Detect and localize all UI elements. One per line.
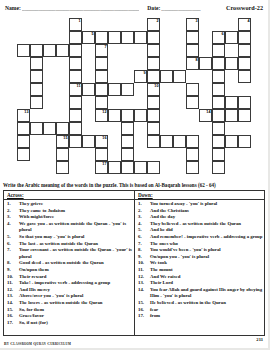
cell-number: 12 bbox=[102, 110, 106, 114]
grid-cell[interactable] bbox=[225, 31, 238, 44]
grid-cell[interactable] bbox=[121, 122, 134, 135]
grid-cell[interactable]: 9 bbox=[134, 70, 147, 83]
grid-cell[interactable]: 11 bbox=[69, 83, 82, 96]
grid-gap bbox=[121, 18, 134, 31]
clue-text: Good deed - as written outside the Quran bbox=[19, 260, 133, 267]
down-clue: 14.You fear Allah and guard against His … bbox=[138, 287, 263, 300]
grid-gap bbox=[82, 70, 95, 83]
clue-text: They grieve bbox=[19, 201, 133, 208]
grid-gap bbox=[160, 96, 173, 109]
down-clue: 4.They believed - as written outside the… bbox=[138, 221, 263, 228]
clue-number: 13. bbox=[138, 280, 148, 287]
grid-cell[interactable] bbox=[147, 135, 160, 148]
grid-gap bbox=[173, 122, 186, 135]
clue-text: On/upon you - 'you' is plural bbox=[150, 254, 263, 261]
clue-number: 10. bbox=[138, 260, 148, 267]
grid-gap bbox=[160, 122, 173, 135]
down-clue: 2.And the Christians bbox=[138, 208, 263, 215]
grid-cell[interactable] bbox=[238, 109, 251, 122]
grid-cell[interactable] bbox=[108, 31, 121, 44]
across-clue: 15.So, for them bbox=[7, 307, 133, 314]
grid-cell[interactable] bbox=[69, 57, 82, 70]
grid-cell[interactable] bbox=[147, 44, 160, 57]
grid-gap bbox=[225, 161, 238, 174]
cell-number: 6 bbox=[221, 32, 223, 36]
grid-gap bbox=[69, 148, 82, 161]
grid-gap bbox=[82, 96, 95, 109]
grid-gap bbox=[134, 18, 147, 31]
down-clue: 1.You turned away - 'you' is plural bbox=[138, 201, 263, 208]
grid-gap bbox=[199, 135, 212, 148]
grid-gap bbox=[56, 83, 69, 96]
clue-number: 3. bbox=[138, 214, 148, 221]
grid-cell[interactable] bbox=[147, 31, 160, 44]
grid-gap bbox=[134, 96, 147, 109]
grid-gap bbox=[238, 83, 251, 96]
date-input-line[interactable]: ______________ bbox=[161, 5, 200, 11]
grid-cell[interactable] bbox=[69, 96, 82, 109]
grid-gap bbox=[108, 57, 121, 70]
grid-gap bbox=[82, 57, 95, 70]
grid-gap bbox=[121, 57, 134, 70]
cell-number: 10 bbox=[154, 84, 158, 88]
grid-gap bbox=[199, 44, 212, 57]
across-clue: 4.We gave you - as written outside the Q… bbox=[7, 221, 133, 234]
grid-cell[interactable] bbox=[17, 44, 30, 57]
grid-gap bbox=[56, 70, 69, 83]
grid-gap bbox=[160, 57, 173, 70]
clue-number: 7. bbox=[138, 241, 148, 248]
name-label: Name: bbox=[5, 5, 21, 11]
grid-gap bbox=[43, 96, 56, 109]
grid-gap bbox=[186, 109, 199, 122]
grid-cell[interactable] bbox=[147, 109, 160, 122]
clue-text: And remember! - imperative verb - addres… bbox=[150, 234, 263, 241]
clue-number: 11. bbox=[7, 280, 17, 287]
grid-gap bbox=[17, 83, 30, 96]
grid-cell[interactable] bbox=[147, 57, 160, 70]
date-label: Date: bbox=[147, 5, 160, 11]
clue-text: You turned away - 'you' is plural bbox=[150, 201, 263, 208]
grid-cell[interactable]: 6 bbox=[212, 31, 225, 44]
grid-gap bbox=[108, 18, 121, 31]
grid-gap bbox=[173, 18, 186, 31]
grid-cell[interactable]: 12 bbox=[95, 109, 108, 122]
clue-text: With might/force bbox=[19, 214, 133, 221]
grid-cell[interactable] bbox=[238, 44, 251, 57]
grid-cell[interactable] bbox=[95, 57, 108, 70]
grid-cell[interactable] bbox=[186, 83, 199, 96]
grid-gap bbox=[56, 109, 69, 122]
clue-number: 12. bbox=[7, 287, 17, 294]
clue-text: Your covenant - as written outside the Q… bbox=[19, 247, 133, 260]
clue-text: The losers - as written outside the Qura… bbox=[19, 300, 133, 307]
cell-number: 15 bbox=[63, 136, 67, 140]
grid-cell[interactable] bbox=[56, 148, 69, 161]
grid-cell[interactable] bbox=[147, 161, 160, 174]
down-clue-list: 1.You turned away - 'you' is plural2.And… bbox=[135, 200, 264, 320]
crossword-grid: 1234567891110131214151617 bbox=[17, 18, 251, 174]
cell-number: 1 bbox=[78, 19, 80, 23]
grid-cell[interactable] bbox=[82, 135, 95, 148]
grid-cell[interactable] bbox=[238, 135, 251, 148]
grid-gap bbox=[225, 70, 238, 83]
grid-gap bbox=[82, 148, 95, 161]
grid-gap bbox=[43, 70, 56, 83]
clue-number: 9. bbox=[138, 254, 148, 261]
grid-cell[interactable] bbox=[82, 83, 95, 96]
grid-cell[interactable] bbox=[108, 109, 121, 122]
grid-gap bbox=[30, 161, 43, 174]
grid-gap bbox=[82, 18, 95, 31]
down-clue: 5.And he did bbox=[138, 227, 263, 234]
cell-number: 8 bbox=[195, 58, 197, 62]
grid-cell[interactable] bbox=[212, 161, 225, 174]
across-clue: 3.With might/force bbox=[7, 214, 133, 221]
clue-number: 8. bbox=[138, 247, 148, 254]
grid-cell[interactable] bbox=[95, 31, 108, 44]
grid-cell[interactable] bbox=[225, 57, 238, 70]
grid-gap bbox=[43, 148, 56, 161]
grid-cell[interactable]: 3 bbox=[186, 18, 199, 31]
across-clue: 7.Your covenant - as written outside the… bbox=[7, 247, 133, 260]
grid-cell[interactable]: 7 bbox=[95, 44, 108, 57]
grid-cell[interactable] bbox=[30, 83, 43, 96]
grid-cell[interactable] bbox=[147, 96, 160, 109]
down-clue: 6.And remember! - imperative verb - addr… bbox=[138, 234, 263, 241]
grid-cell[interactable] bbox=[160, 135, 173, 148]
grid-gap bbox=[173, 57, 186, 70]
across-clue: 1.They grieve bbox=[7, 201, 133, 208]
clue-text: Grace/favor bbox=[19, 313, 133, 320]
clue-table: Across: 1.They grieve2.They came to Juda… bbox=[3, 190, 265, 336]
across-clue: 5.So that you may - 'you' is plural bbox=[7, 234, 133, 241]
grid-cell[interactable] bbox=[121, 83, 134, 96]
grid-gap bbox=[134, 44, 147, 57]
cell-number: 5 bbox=[91, 32, 93, 36]
grid-cell[interactable] bbox=[160, 70, 173, 83]
clue-text: You fear Allah and guard against His ang… bbox=[150, 287, 263, 300]
clue-text: So, for them bbox=[19, 307, 133, 314]
down-clue: 7.The ones who bbox=[138, 241, 263, 248]
grid-cell[interactable]: 16 bbox=[95, 135, 108, 148]
worksheet-page: { "game": "crossword", "header": { "name… bbox=[0, 0, 270, 350]
across-clue: 6.The last - as written outside the Qura… bbox=[7, 241, 133, 248]
clue-text: fear bbox=[150, 307, 263, 314]
grid-cell[interactable] bbox=[121, 31, 134, 44]
grid-gap bbox=[134, 135, 147, 148]
grid-gap bbox=[82, 122, 95, 135]
grid-gap bbox=[108, 135, 121, 148]
grid-cell[interactable] bbox=[212, 122, 225, 135]
cell-number: 11 bbox=[76, 84, 80, 88]
grid-cell[interactable] bbox=[238, 96, 251, 109]
grid-cell[interactable] bbox=[108, 83, 121, 96]
clue-number: 15. bbox=[7, 307, 17, 314]
grid-cell[interactable] bbox=[69, 44, 82, 57]
clue-text: You would've been - 'you' is plural bbox=[150, 247, 263, 254]
down-clue: 3.And the day bbox=[138, 214, 263, 221]
clue-number: 13. bbox=[7, 293, 17, 300]
grid-cell[interactable] bbox=[212, 148, 225, 161]
cell-number: 2 bbox=[156, 19, 158, 23]
clue-text: And His mercy bbox=[19, 287, 133, 294]
grid-cell[interactable]: 1 bbox=[69, 18, 82, 31]
grid-gap bbox=[173, 161, 186, 174]
grid-cell[interactable] bbox=[43, 44, 56, 57]
clue-text: He believed - as written in the Quran bbox=[150, 300, 263, 307]
down-clue: 16.fear bbox=[138, 307, 263, 314]
clue-number: 1. bbox=[138, 201, 148, 208]
grid-cell[interactable] bbox=[173, 70, 186, 83]
grid-cell[interactable] bbox=[147, 70, 160, 83]
clue-text: And the Christians bbox=[150, 208, 263, 215]
grid-cell[interactable] bbox=[225, 135, 238, 148]
grid-cell[interactable] bbox=[212, 96, 225, 109]
grid-cell[interactable] bbox=[69, 70, 82, 83]
down-clue: 10.We took bbox=[138, 260, 263, 267]
grid-gap bbox=[199, 70, 212, 83]
clue-number: 7. bbox=[7, 247, 17, 260]
across-clue: 11.Take! - imperative verb - addressing … bbox=[7, 280, 133, 287]
across-header: Across: bbox=[4, 191, 134, 200]
grid-gap bbox=[56, 57, 69, 70]
grid-gap bbox=[160, 161, 173, 174]
grid-cell[interactable]: 13 bbox=[17, 109, 30, 122]
clue-text: Take! - imperative verb - addressing a g… bbox=[19, 280, 133, 287]
across-clue: 9.On/upon them bbox=[7, 267, 133, 274]
grid-cell[interactable] bbox=[186, 44, 199, 57]
grid-gap bbox=[108, 70, 121, 83]
grid-gap bbox=[199, 83, 212, 96]
grid-gap bbox=[160, 18, 173, 31]
grid-gap bbox=[95, 18, 108, 31]
clue-number: 14. bbox=[7, 300, 17, 307]
across-clue-list: 1.They grieve2.They came to Judaism3.Wit… bbox=[4, 200, 134, 326]
clue-number: 2. bbox=[138, 208, 148, 215]
clue-number: 3. bbox=[7, 214, 17, 221]
cell-number: 9 bbox=[143, 71, 145, 75]
clue-number: 16. bbox=[7, 313, 17, 320]
grid-cell[interactable] bbox=[212, 44, 225, 57]
grid-cell[interactable] bbox=[56, 161, 69, 174]
grid-cell[interactable] bbox=[199, 57, 212, 70]
grid-gap bbox=[199, 18, 212, 31]
down-clue: 8.You would've been - 'you' is plural bbox=[138, 247, 263, 254]
down-clue: 17.from bbox=[138, 313, 263, 320]
across-clue: 12.And His mercy bbox=[7, 287, 133, 294]
grid-gap bbox=[160, 148, 173, 161]
grid-cell[interactable] bbox=[121, 161, 134, 174]
page-title: Crossword-22 bbox=[226, 4, 263, 11]
clue-text: We took bbox=[150, 260, 263, 267]
grid-cell[interactable] bbox=[134, 161, 147, 174]
grid-gap bbox=[56, 96, 69, 109]
grid-cell[interactable] bbox=[238, 70, 251, 83]
grid-cell[interactable] bbox=[17, 122, 30, 135]
grid-cell[interactable] bbox=[238, 57, 251, 70]
grid-gap bbox=[43, 135, 56, 148]
grid-gap bbox=[225, 148, 238, 161]
grid-cell[interactable] bbox=[43, 122, 56, 135]
clue-number: 9. bbox=[7, 267, 17, 274]
grid-cell[interactable] bbox=[17, 135, 30, 148]
clue-text: So that you may - 'you' is plural bbox=[19, 234, 133, 241]
clue-number: 17. bbox=[7, 320, 17, 327]
clue-text: Their reward bbox=[19, 274, 133, 281]
grid-cell[interactable] bbox=[186, 31, 199, 44]
grid-cell[interactable] bbox=[69, 122, 82, 135]
grid-cell[interactable] bbox=[121, 109, 134, 122]
clue-text: The last - as written outside the Quran bbox=[19, 241, 133, 248]
clue-number: 2. bbox=[7, 208, 17, 215]
grid-cell[interactable] bbox=[95, 148, 108, 161]
grid-gap bbox=[17, 18, 30, 31]
clue-number: 8. bbox=[7, 260, 17, 267]
grid-gap bbox=[56, 31, 69, 44]
grid-gap bbox=[121, 44, 134, 57]
clue-text: They came to Judaism bbox=[19, 208, 133, 215]
down-header: Down: bbox=[135, 191, 264, 200]
clue-number: 6. bbox=[7, 241, 17, 248]
down-clue: 15.He believed - as written in the Quran bbox=[138, 300, 263, 307]
grid-cell[interactable] bbox=[212, 135, 225, 148]
grid-cell[interactable] bbox=[186, 161, 199, 174]
grid-cell[interactable] bbox=[95, 70, 108, 83]
clue-number: 16. bbox=[138, 307, 148, 314]
grid-gap bbox=[30, 148, 43, 161]
grid-gap bbox=[30, 31, 43, 44]
cell-number: 17 bbox=[102, 162, 106, 166]
grid-gap bbox=[30, 18, 43, 31]
grid-cell[interactable] bbox=[121, 148, 134, 161]
grid-cell[interactable] bbox=[147, 122, 160, 135]
grid-cell[interactable]: 4 bbox=[238, 18, 251, 31]
grid-gap bbox=[238, 122, 251, 135]
grid-gap bbox=[160, 83, 173, 96]
clue-number: 5. bbox=[7, 234, 17, 241]
grid-cell[interactable] bbox=[134, 109, 147, 122]
grid-gap bbox=[43, 109, 56, 122]
grid-gap bbox=[43, 83, 56, 96]
across-clue: 2.They came to Judaism bbox=[7, 208, 133, 215]
grid-cell[interactable]: 2 bbox=[147, 18, 160, 31]
name-input-line[interactable]: ________________________________________… bbox=[22, 5, 139, 11]
grid-gap bbox=[108, 148, 121, 161]
grid-cell[interactable]: 8 bbox=[186, 57, 199, 70]
grid-gap bbox=[134, 83, 147, 96]
grid-gap bbox=[199, 122, 212, 135]
grid-cell[interactable]: 5 bbox=[82, 31, 95, 44]
clue-number: 4. bbox=[7, 221, 17, 234]
clue-number: 14. bbox=[138, 287, 148, 300]
grid-gap bbox=[238, 148, 251, 161]
grid-cell[interactable]: 17 bbox=[95, 161, 108, 174]
grid-gap bbox=[17, 96, 30, 109]
grid-cell[interactable] bbox=[225, 96, 238, 109]
grid-cell[interactable]: 15 bbox=[56, 135, 69, 148]
clue-text: from bbox=[150, 313, 263, 320]
grid-cell[interactable] bbox=[121, 135, 134, 148]
clue-text: The ones who bbox=[150, 241, 263, 248]
grid-gap bbox=[199, 161, 212, 174]
grid-cell[interactable] bbox=[212, 70, 225, 83]
grid-cell[interactable] bbox=[30, 70, 43, 83]
grid-cell[interactable] bbox=[30, 44, 43, 57]
grid-cell[interactable]: 14 bbox=[199, 109, 212, 122]
grid-gap bbox=[173, 31, 186, 44]
grid-gap bbox=[212, 18, 225, 31]
grid-gap bbox=[30, 109, 43, 122]
grid-gap bbox=[173, 96, 186, 109]
clue-number: 10. bbox=[7, 274, 17, 281]
grid-cell[interactable] bbox=[56, 44, 69, 57]
clue-text: Their Lord bbox=[150, 280, 263, 287]
grid-gap bbox=[43, 57, 56, 70]
grid-cell[interactable] bbox=[186, 96, 199, 109]
grid-cell[interactable] bbox=[69, 135, 82, 148]
grid-gap bbox=[17, 161, 30, 174]
grid-cell[interactable] bbox=[186, 135, 199, 148]
grid-gap bbox=[173, 44, 186, 57]
cell-number: 13 bbox=[24, 110, 28, 114]
grid-gap bbox=[82, 109, 95, 122]
across-clue: 17.So, if not (for) bbox=[7, 320, 133, 327]
grid-cell[interactable] bbox=[95, 83, 108, 96]
grid-cell[interactable] bbox=[30, 57, 43, 70]
page-number: 211 bbox=[256, 337, 263, 342]
clue-number: 4. bbox=[138, 221, 148, 228]
grid-cell[interactable] bbox=[212, 57, 225, 70]
grid-gap bbox=[186, 70, 199, 83]
across-clue: 10.Their reward bbox=[7, 274, 133, 281]
grid-gap bbox=[238, 161, 251, 174]
grid-gap bbox=[186, 122, 199, 135]
grid-cell[interactable] bbox=[212, 83, 225, 96]
grid-cell[interactable] bbox=[212, 109, 225, 122]
grid-cell[interactable] bbox=[30, 122, 43, 135]
footer-credit: By Classroom Quran Curriculum bbox=[4, 342, 71, 346]
grid-cell[interactable] bbox=[56, 122, 69, 135]
grid-cell[interactable] bbox=[95, 96, 108, 109]
grid-cell[interactable] bbox=[30, 96, 43, 109]
grid-gap bbox=[108, 44, 121, 57]
grid-cell[interactable] bbox=[238, 31, 251, 44]
grid-cell[interactable]: 10 bbox=[147, 83, 160, 96]
grid-gap bbox=[121, 70, 134, 83]
cell-number: 16 bbox=[102, 136, 106, 140]
clue-text: And he did bbox=[150, 227, 263, 234]
grid-cell[interactable] bbox=[225, 109, 238, 122]
grid-gap bbox=[43, 18, 56, 31]
grid-gap bbox=[17, 70, 30, 83]
across-clue: 16.Grace/favor bbox=[7, 313, 133, 320]
grid-gap bbox=[134, 57, 147, 70]
down-clue: 13.Their Lord bbox=[138, 280, 263, 287]
grid-cell[interactable] bbox=[108, 161, 121, 174]
grid-gap bbox=[17, 57, 30, 70]
grid-cell[interactable] bbox=[134, 31, 147, 44]
grid-cell[interactable] bbox=[186, 148, 199, 161]
grid-cell[interactable] bbox=[69, 31, 82, 44]
instruction-text: Write the Arabic meaning of the words in… bbox=[3, 182, 266, 188]
grid-cell[interactable] bbox=[17, 148, 30, 161]
down-clue: 11.The mount bbox=[138, 267, 263, 274]
grid-gap bbox=[147, 148, 160, 161]
grid-cell[interactable] bbox=[69, 109, 82, 122]
cell-number: 3 bbox=[195, 19, 197, 23]
grid-cell[interactable] bbox=[173, 135, 186, 148]
